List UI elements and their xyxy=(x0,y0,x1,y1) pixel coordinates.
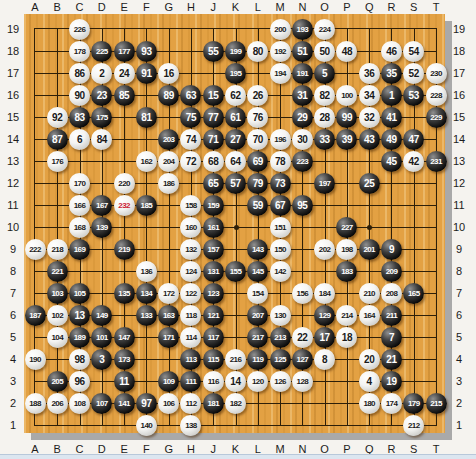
stone-J8[interactable]: 131 xyxy=(203,261,224,282)
stone-M6[interactable]: 130 xyxy=(270,305,291,326)
stone-Q14[interactable]: 43 xyxy=(359,129,380,150)
stone-E11-last-move[interactable]: 232 xyxy=(114,195,135,216)
move-number: 92 xyxy=(52,112,62,123)
move-number: 149 xyxy=(96,311,108,320)
stone-B14[interactable]: 87 xyxy=(47,129,68,150)
stone-J6[interactable]: 121 xyxy=(203,305,224,326)
stone-Q15[interactable]: 32 xyxy=(359,107,380,128)
stone-N13[interactable]: 223 xyxy=(292,151,313,172)
stone-R5[interactable]: 7 xyxy=(381,327,402,348)
stone-F7[interactable]: 134 xyxy=(136,283,157,304)
move-number: 154 xyxy=(252,289,264,298)
stone-H16[interactable]: 63 xyxy=(180,85,201,106)
row-label-left: 4 xyxy=(3,353,23,365)
move-number: 216 xyxy=(230,355,242,364)
move-number: 230 xyxy=(430,69,442,78)
move-number: 68 xyxy=(208,156,218,167)
column-label-top: E xyxy=(114,1,134,13)
stone-C9[interactable]: 169 xyxy=(69,239,90,260)
move-number: 52 xyxy=(409,68,419,79)
stone-C16[interactable]: 90 xyxy=(69,85,90,106)
stone-D2[interactable]: 107 xyxy=(91,393,112,414)
move-number: 169 xyxy=(74,245,86,254)
stone-M13[interactable]: 78 xyxy=(270,151,291,172)
stone-A2[interactable]: 188 xyxy=(25,393,46,414)
stone-K8[interactable]: 155 xyxy=(225,261,246,282)
stone-E7[interactable]: 135 xyxy=(114,283,135,304)
stone-G13[interactable]: 204 xyxy=(158,151,179,172)
stone-J13[interactable]: 68 xyxy=(203,151,224,172)
stone-C17[interactable]: 86 xyxy=(69,63,90,84)
stone-S13[interactable]: 42 xyxy=(403,151,424,172)
stone-R18[interactable]: 46 xyxy=(381,41,402,62)
stone-K18[interactable]: 199 xyxy=(225,41,246,62)
stone-O19[interactable]: 224 xyxy=(314,19,335,40)
stone-R14[interactable]: 49 xyxy=(381,129,402,150)
stone-C12[interactable]: 170 xyxy=(69,173,90,194)
stone-Q2[interactable]: 180 xyxy=(359,393,380,414)
stone-J14[interactable]: 71 xyxy=(203,129,224,150)
stone-L5[interactable]: 217 xyxy=(247,327,268,348)
stone-F15[interactable]: 81 xyxy=(136,107,157,128)
stone-N16[interactable]: 31 xyxy=(292,85,313,106)
stone-P5[interactable]: 18 xyxy=(336,327,357,348)
stone-M9[interactable]: 150 xyxy=(270,239,291,260)
stone-Q7[interactable]: 210 xyxy=(359,283,380,304)
stone-N17[interactable]: 191 xyxy=(292,63,313,84)
stone-H4[interactable]: 113 xyxy=(180,349,201,370)
stone-E9[interactable]: 219 xyxy=(114,239,135,260)
move-number: 168 xyxy=(74,223,86,232)
row-label-right: 9 xyxy=(449,243,469,255)
move-number: 109 xyxy=(163,377,175,386)
stone-E17[interactable]: 24 xyxy=(114,63,135,84)
stone-S2[interactable]: 179 xyxy=(403,393,424,414)
move-number: 221 xyxy=(51,267,63,276)
stone-R15[interactable]: 41 xyxy=(381,107,402,128)
stone-C15[interactable]: 83 xyxy=(69,107,90,128)
stone-C5[interactable]: 189 xyxy=(69,327,90,348)
stone-Q12[interactable]: 25 xyxy=(359,173,380,194)
stone-M3[interactable]: 126 xyxy=(270,371,291,392)
move-number: 32 xyxy=(364,112,374,123)
stone-C11[interactable]: 166 xyxy=(69,195,90,216)
move-number: 2 xyxy=(99,68,104,79)
stone-N5[interactable]: 22 xyxy=(292,327,313,348)
stone-B13[interactable]: 176 xyxy=(47,151,68,172)
stone-O16[interactable]: 82 xyxy=(314,85,335,106)
move-number: 57 xyxy=(230,178,240,189)
row-label-left: 7 xyxy=(3,287,23,299)
stone-L16[interactable]: 26 xyxy=(247,85,268,106)
move-number: 156 xyxy=(297,289,309,298)
stone-Q4[interactable]: 20 xyxy=(359,349,380,370)
stone-H3[interactable]: 111 xyxy=(180,371,201,392)
move-number: 33 xyxy=(319,134,329,145)
stone-A4[interactable]: 190 xyxy=(25,349,46,370)
move-number: 70 xyxy=(253,134,263,145)
stone-L4[interactable]: 119 xyxy=(247,349,268,370)
move-number: 217 xyxy=(252,333,264,342)
stone-G12[interactable]: 186 xyxy=(158,173,179,194)
stone-M19[interactable]: 200 xyxy=(270,19,291,40)
row-label-left: 17 xyxy=(3,67,23,79)
stone-C3[interactable]: 96 xyxy=(69,371,90,392)
stone-N15[interactable]: 29 xyxy=(292,107,313,128)
stone-K13[interactable]: 64 xyxy=(225,151,246,172)
stone-P16[interactable]: 100 xyxy=(336,85,357,106)
stone-F6[interactable]: 133 xyxy=(136,305,157,326)
stone-H7[interactable]: 122 xyxy=(180,283,201,304)
stone-T15[interactable]: 229 xyxy=(426,107,447,128)
move-number: 54 xyxy=(409,46,419,57)
stone-T13[interactable]: 231 xyxy=(426,151,447,172)
stone-O7[interactable]: 184 xyxy=(314,283,335,304)
stone-R7[interactable]: 208 xyxy=(381,283,402,304)
stone-K16[interactable]: 62 xyxy=(225,85,246,106)
stone-L12[interactable]: 79 xyxy=(247,173,268,194)
stone-M12[interactable]: 73 xyxy=(270,173,291,194)
move-number: 23 xyxy=(97,90,107,101)
stone-E16[interactable]: 85 xyxy=(114,85,135,106)
stone-S1[interactable]: 212 xyxy=(403,415,424,436)
stone-C6[interactable]: 13 xyxy=(69,305,90,326)
stone-F13[interactable]: 162 xyxy=(136,151,157,172)
stone-H10[interactable]: 160 xyxy=(180,217,201,238)
move-number: 141 xyxy=(118,399,130,408)
stone-J18[interactable]: 55 xyxy=(203,41,224,62)
stone-O5[interactable]: 17 xyxy=(314,327,335,348)
stone-H9[interactable]: 132 xyxy=(180,239,201,260)
stone-B6[interactable]: 102 xyxy=(47,305,68,326)
stone-P18[interactable]: 48 xyxy=(336,41,357,62)
move-number: 9 xyxy=(389,244,394,255)
stone-E2[interactable]: 141 xyxy=(114,393,135,414)
move-number: 134 xyxy=(141,289,153,298)
move-number: 209 xyxy=(386,267,398,276)
go-board[interactable]: 2262001932241782251779355199801925150484… xyxy=(24,14,445,433)
stone-P10[interactable]: 227 xyxy=(336,217,357,238)
stone-J3[interactable]: 116 xyxy=(203,371,224,392)
stone-O14[interactable]: 33 xyxy=(314,129,335,150)
move-number: 220 xyxy=(118,179,130,188)
move-number: 30 xyxy=(297,134,307,145)
stone-F18[interactable]: 93 xyxy=(136,41,157,62)
stone-K4[interactable]: 216 xyxy=(225,349,246,370)
row-label-right: 17 xyxy=(449,67,469,79)
stone-Q3[interactable]: 4 xyxy=(359,371,380,392)
move-number: 231 xyxy=(430,157,442,166)
column-label-top: B xyxy=(47,1,67,13)
move-number: 166 xyxy=(74,201,86,210)
stone-R13[interactable]: 45 xyxy=(381,151,402,172)
stone-D10[interactable]: 139 xyxy=(91,217,112,238)
stone-O18[interactable]: 50 xyxy=(314,41,335,62)
row-label-right: 3 xyxy=(449,375,469,387)
row-label-left: 14 xyxy=(3,133,23,145)
move-number: 123 xyxy=(207,289,219,298)
stone-T17[interactable]: 230 xyxy=(426,63,447,84)
move-number: 78 xyxy=(275,156,285,167)
stone-O4[interactable]: 8 xyxy=(314,349,335,370)
move-number: 84 xyxy=(97,134,107,145)
stone-J16[interactable]: 15 xyxy=(203,85,224,106)
move-number: 191 xyxy=(297,69,309,78)
stone-D11[interactable]: 167 xyxy=(91,195,112,216)
stone-H13[interactable]: 72 xyxy=(180,151,201,172)
move-number: 28 xyxy=(319,112,329,123)
stone-D5[interactable]: 101 xyxy=(91,327,112,348)
move-number: 19 xyxy=(386,376,396,387)
stone-E5[interactable]: 147 xyxy=(114,327,135,348)
move-number: 145 xyxy=(252,267,264,276)
row-label-right: 19 xyxy=(449,23,469,35)
stone-R3[interactable]: 19 xyxy=(381,371,402,392)
stone-J7[interactable]: 123 xyxy=(203,283,224,304)
column-label-top: F xyxy=(136,1,156,13)
move-number: 167 xyxy=(96,201,108,210)
move-number: 226 xyxy=(74,25,86,34)
stone-K3[interactable]: 14 xyxy=(225,371,246,392)
row-label-right: 7 xyxy=(449,287,469,299)
stone-L18[interactable]: 80 xyxy=(247,41,268,62)
stone-K2[interactable]: 182 xyxy=(225,393,246,414)
row-label-left: 6 xyxy=(3,309,23,321)
column-label-top: A xyxy=(25,1,45,13)
stone-O17[interactable]: 5 xyxy=(314,63,335,84)
stone-G2[interactable]: 106 xyxy=(158,393,179,414)
move-number: 7 xyxy=(389,332,394,343)
stone-R9[interactable]: 9 xyxy=(381,239,402,260)
stone-D6[interactable]: 149 xyxy=(91,305,112,326)
move-number: 161 xyxy=(207,223,219,232)
stone-Q17[interactable]: 36 xyxy=(359,63,380,84)
move-number: 158 xyxy=(185,201,197,210)
stone-R2[interactable]: 174 xyxy=(381,393,402,414)
stone-B7[interactable]: 103 xyxy=(47,283,68,304)
move-number: 138 xyxy=(185,421,197,430)
stone-J11[interactable]: 159 xyxy=(203,195,224,216)
stone-J15[interactable]: 77 xyxy=(203,107,224,128)
move-number: 53 xyxy=(409,90,419,101)
stone-D16[interactable]: 23 xyxy=(91,85,112,106)
stone-Q6[interactable]: 164 xyxy=(359,305,380,326)
stone-C19[interactable]: 226 xyxy=(69,19,90,40)
stone-L13[interactable]: 69 xyxy=(247,151,268,172)
stone-O9[interactable]: 202 xyxy=(314,239,335,260)
stone-F8[interactable]: 136 xyxy=(136,261,157,282)
stone-B8[interactable]: 221 xyxy=(47,261,68,282)
stone-B3[interactable]: 205 xyxy=(47,371,68,392)
stone-A9[interactable]: 222 xyxy=(25,239,46,260)
stone-P8[interactable]: 183 xyxy=(336,261,357,282)
stone-H11[interactable]: 158 xyxy=(180,195,201,216)
column-label-top: R xyxy=(381,1,401,13)
move-number: 122 xyxy=(185,289,197,298)
stone-G16[interactable]: 89 xyxy=(158,85,179,106)
stone-T16[interactable]: 228 xyxy=(426,85,447,106)
stone-P14[interactable]: 39 xyxy=(336,129,357,150)
stone-M11[interactable]: 67 xyxy=(270,195,291,216)
stone-L3[interactable]: 120 xyxy=(247,371,268,392)
stone-L11[interactable]: 59 xyxy=(247,195,268,216)
move-number: 27 xyxy=(230,134,240,145)
column-label-top: Q xyxy=(359,1,379,13)
stone-J12[interactable]: 65 xyxy=(203,173,224,194)
stone-Q16[interactable]: 34 xyxy=(359,85,380,106)
move-number: 116 xyxy=(208,377,219,386)
stone-O6[interactable]: 129 xyxy=(314,305,335,326)
row-label-right: 13 xyxy=(449,155,469,167)
move-number: 104 xyxy=(51,333,63,342)
stone-H2[interactable]: 112 xyxy=(180,393,201,414)
stone-R8[interactable]: 209 xyxy=(381,261,402,282)
move-number: 41 xyxy=(386,112,396,123)
stone-N4[interactable]: 127 xyxy=(292,349,313,370)
move-number: 185 xyxy=(141,201,153,210)
stone-M10[interactable]: 151 xyxy=(270,217,291,238)
stone-G5[interactable]: 171 xyxy=(158,327,179,348)
stone-F2[interactable]: 97 xyxy=(136,393,157,414)
stone-R4[interactable]: 21 xyxy=(381,349,402,370)
stone-Q9[interactable]: 201 xyxy=(359,239,380,260)
stone-B9[interactable]: 218 xyxy=(47,239,68,260)
stone-C14[interactable]: 6 xyxy=(69,129,90,150)
stone-N18[interactable]: 51 xyxy=(292,41,313,62)
stone-R17[interactable]: 35 xyxy=(381,63,402,84)
stone-E4[interactable]: 173 xyxy=(114,349,135,370)
move-number: 224 xyxy=(319,25,331,34)
stone-L8[interactable]: 145 xyxy=(247,261,268,282)
stone-B5[interactable]: 104 xyxy=(47,327,68,348)
stone-C7[interactable]: 105 xyxy=(69,283,90,304)
row-label-left: 5 xyxy=(3,331,23,343)
stone-M8[interactable]: 142 xyxy=(270,261,291,282)
stone-O15[interactable]: 28 xyxy=(314,107,335,128)
stone-G3[interactable]: 109 xyxy=(158,371,179,392)
move-number: 22 xyxy=(297,332,307,343)
stone-R16[interactable]: 1 xyxy=(381,85,402,106)
stone-H5[interactable]: 114 xyxy=(180,327,201,348)
stone-D14[interactable]: 84 xyxy=(91,129,112,150)
stone-F11[interactable]: 185 xyxy=(136,195,157,216)
stone-H15[interactable]: 75 xyxy=(180,107,201,128)
stone-K12[interactable]: 57 xyxy=(225,173,246,194)
stone-D15[interactable]: 175 xyxy=(91,107,112,128)
move-number: 207 xyxy=(252,311,264,320)
stone-E18[interactable]: 177 xyxy=(114,41,135,62)
stone-K15[interactable]: 61 xyxy=(225,107,246,128)
stone-S18[interactable]: 54 xyxy=(403,41,424,62)
stone-O12[interactable]: 197 xyxy=(314,173,335,194)
stone-J5[interactable]: 117 xyxy=(203,327,224,348)
move-number: 222 xyxy=(29,245,41,254)
move-number: 132 xyxy=(185,245,197,254)
stone-H14[interactable]: 74 xyxy=(180,129,201,150)
stone-C2[interactable]: 108 xyxy=(69,393,90,414)
stone-M18[interactable]: 192 xyxy=(270,41,291,62)
stone-R6[interactable]: 211 xyxy=(381,305,402,326)
stone-M4[interactable]: 125 xyxy=(270,349,291,370)
stone-S7[interactable]: 165 xyxy=(403,283,424,304)
move-number: 210 xyxy=(363,289,375,298)
stone-S14[interactable]: 47 xyxy=(403,129,424,150)
stone-B2[interactable]: 206 xyxy=(47,393,68,414)
move-number: 3 xyxy=(99,354,104,365)
stone-H1[interactable]: 138 xyxy=(180,415,201,436)
stone-A6[interactable]: 187 xyxy=(25,305,46,326)
stone-T2[interactable]: 215 xyxy=(426,393,447,414)
stone-C10[interactable]: 168 xyxy=(69,217,90,238)
stone-P9[interactable]: 198 xyxy=(336,239,357,260)
stone-D4[interactable]: 3 xyxy=(91,349,112,370)
stone-J2[interactable]: 181 xyxy=(203,393,224,414)
stone-D17[interactable]: 2 xyxy=(91,63,112,84)
stone-L7[interactable]: 154 xyxy=(247,283,268,304)
move-number: 74 xyxy=(186,134,196,145)
stone-M5[interactable]: 213 xyxy=(270,327,291,348)
stone-L9[interactable]: 143 xyxy=(247,239,268,260)
stone-S16[interactable]: 53 xyxy=(403,85,424,106)
stone-G7[interactable]: 172 xyxy=(158,283,179,304)
stone-H6[interactable]: 118 xyxy=(180,305,201,326)
move-number: 189 xyxy=(74,333,86,342)
stone-N19[interactable]: 193 xyxy=(292,19,313,40)
stone-J9[interactable]: 157 xyxy=(203,239,224,260)
stone-E12[interactable]: 220 xyxy=(114,173,135,194)
move-number: 228 xyxy=(430,91,442,100)
stone-N7[interactable]: 156 xyxy=(292,283,313,304)
stone-B15[interactable]: 92 xyxy=(47,107,68,128)
column-label-top: G xyxy=(159,1,179,13)
stone-N3[interactable]: 128 xyxy=(292,371,313,392)
move-number: 46 xyxy=(386,46,396,57)
move-number: 31 xyxy=(297,90,307,101)
stone-F1[interactable]: 140 xyxy=(136,415,157,436)
stone-G14[interactable]: 203 xyxy=(158,129,179,150)
stone-S17[interactable]: 52 xyxy=(403,63,424,84)
stone-G17[interactable]: 16 xyxy=(158,63,179,84)
row-label-left: 19 xyxy=(3,23,23,35)
row-label-right: 18 xyxy=(449,45,469,57)
stone-K17[interactable]: 195 xyxy=(225,63,246,84)
move-number: 214 xyxy=(341,311,353,320)
move-number: 39 xyxy=(342,134,352,145)
stone-M17[interactable]: 194 xyxy=(270,63,291,84)
stone-G6[interactable]: 163 xyxy=(158,305,179,326)
stone-K14[interactable]: 27 xyxy=(225,129,246,150)
stone-M14[interactable]: 196 xyxy=(270,129,291,150)
stone-E3[interactable]: 11 xyxy=(114,371,135,392)
stone-J4[interactable]: 115 xyxy=(203,349,224,370)
stone-C18[interactable]: 178 xyxy=(69,41,90,62)
stone-D18[interactable]: 225 xyxy=(91,41,112,62)
move-number: 202 xyxy=(319,245,331,254)
stone-P6[interactable]: 214 xyxy=(336,305,357,326)
stone-L14[interactable]: 70 xyxy=(247,129,268,150)
stone-H8[interactable]: 124 xyxy=(180,261,201,282)
stone-F17[interactable]: 91 xyxy=(136,63,157,84)
stone-L15[interactable]: 76 xyxy=(247,107,268,128)
stone-N11[interactable]: 95 xyxy=(292,195,313,216)
stone-C4[interactable]: 98 xyxy=(69,349,90,370)
stone-P15[interactable]: 99 xyxy=(336,107,357,128)
stone-L6[interactable]: 207 xyxy=(247,305,268,326)
stone-J10[interactable]: 161 xyxy=(203,217,224,238)
move-number: 17 xyxy=(319,332,329,343)
move-number: 151 xyxy=(274,223,286,232)
stone-N14[interactable]: 30 xyxy=(292,129,313,150)
